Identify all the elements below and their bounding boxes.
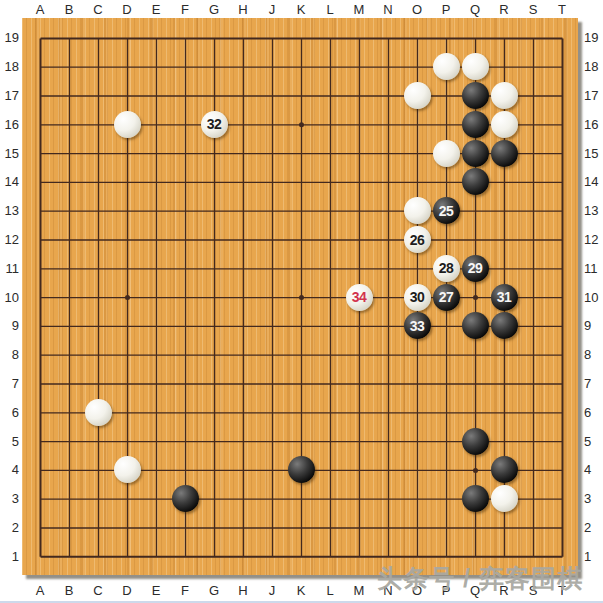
column-label-bottom: F bbox=[171, 582, 200, 598]
row-label-right: 4 bbox=[582, 456, 603, 485]
stone-white-Q18 bbox=[462, 53, 489, 80]
stone-black-Q9 bbox=[462, 312, 489, 339]
row-label-right: 19 bbox=[582, 24, 603, 53]
row-label-left: 7 bbox=[0, 369, 21, 398]
row-label-left: 15 bbox=[0, 139, 21, 168]
column-label-bottom: M bbox=[345, 582, 374, 598]
stone-white-C6 bbox=[85, 399, 112, 426]
stone-white-M10: 34 bbox=[346, 284, 373, 311]
stone-black-R15 bbox=[491, 140, 518, 167]
row-label-left: 10 bbox=[0, 283, 21, 312]
column-label-top: S bbox=[519, 1, 548, 17]
row-label-right: 1 bbox=[582, 542, 603, 571]
row-label-left: 17 bbox=[0, 81, 21, 110]
stone-black-Q5 bbox=[462, 428, 489, 455]
row-label-left: 9 bbox=[0, 312, 21, 341]
move-number-30: 30 bbox=[410, 290, 425, 304]
row-label-left: 13 bbox=[0, 196, 21, 225]
stone-black-R10: 31 bbox=[491, 284, 518, 311]
row-label-left: 19 bbox=[0, 24, 21, 53]
row-label-right: 18 bbox=[582, 52, 603, 81]
column-label-bottom: G bbox=[200, 582, 229, 598]
row-label-right: 5 bbox=[582, 427, 603, 456]
column-label-top: M bbox=[345, 1, 374, 17]
row-label-right: 7 bbox=[582, 369, 603, 398]
row-label-right: 16 bbox=[582, 110, 603, 139]
move-number-26: 26 bbox=[410, 233, 425, 247]
row-label-right: 3 bbox=[582, 484, 603, 513]
move-number-25: 25 bbox=[439, 204, 454, 218]
stone-black-R4 bbox=[491, 456, 518, 483]
column-label-top: E bbox=[142, 1, 171, 17]
stone-black-Q14 bbox=[462, 168, 489, 195]
column-label-bottom: E bbox=[142, 582, 171, 598]
column-label-bottom: A bbox=[26, 582, 55, 598]
column-label-bottom: B bbox=[55, 582, 84, 598]
column-label-bottom: J bbox=[258, 582, 287, 598]
row-label-left: 11 bbox=[0, 254, 21, 283]
watermark: 头条号 / 弈客围棋 bbox=[377, 562, 583, 595]
stone-white-P18 bbox=[433, 53, 460, 80]
column-label-top: O bbox=[403, 1, 432, 17]
board-grid-layer: 32252628293430273133 bbox=[26, 24, 577, 571]
row-label-right: 11 bbox=[582, 254, 603, 283]
row-label-right: 14 bbox=[582, 168, 603, 197]
move-number-33: 33 bbox=[410, 319, 425, 333]
row-label-right: 6 bbox=[582, 398, 603, 427]
column-label-top: H bbox=[229, 1, 258, 17]
stone-white-O12: 26 bbox=[404, 226, 431, 253]
column-label-bottom: L bbox=[316, 582, 345, 598]
column-label-top: N bbox=[374, 1, 403, 17]
stone-black-R9 bbox=[491, 312, 518, 339]
column-label-top: K bbox=[287, 1, 316, 17]
move-number-32: 32 bbox=[207, 117, 222, 131]
stone-black-Q3 bbox=[462, 485, 489, 512]
stone-black-F3 bbox=[172, 485, 199, 512]
go-board: 32252628293430273133 bbox=[22, 18, 578, 575]
column-label-top: P bbox=[432, 1, 461, 17]
move-number-27: 27 bbox=[439, 290, 454, 304]
row-label-left: 12 bbox=[0, 225, 21, 254]
stone-black-O9: 33 bbox=[404, 312, 431, 339]
row-label-right: 17 bbox=[582, 81, 603, 110]
stone-white-D16 bbox=[114, 111, 141, 138]
column-label-top: G bbox=[200, 1, 229, 17]
row-label-right: 12 bbox=[582, 225, 603, 254]
stone-white-D4 bbox=[114, 456, 141, 483]
row-labels-right: 19181716151413121110987654321 bbox=[582, 24, 603, 571]
stone-white-R3 bbox=[491, 485, 518, 512]
stone-white-O17 bbox=[404, 82, 431, 109]
row-label-left: 5 bbox=[0, 427, 21, 456]
move-number-31: 31 bbox=[497, 290, 512, 304]
stone-black-Q17 bbox=[462, 82, 489, 109]
move-number-28: 28 bbox=[439, 261, 454, 275]
column-label-bottom: C bbox=[84, 582, 113, 598]
column-label-top: J bbox=[258, 1, 287, 17]
row-label-left: 2 bbox=[0, 513, 21, 542]
stone-white-P11: 28 bbox=[433, 255, 460, 282]
stone-white-O13 bbox=[404, 197, 431, 224]
column-label-top: D bbox=[113, 1, 142, 17]
stone-white-O10: 30 bbox=[404, 284, 431, 311]
column-label-top: L bbox=[316, 1, 345, 17]
row-label-left: 18 bbox=[0, 52, 21, 81]
move-number-34: 34 bbox=[352, 290, 367, 304]
column-label-top: C bbox=[84, 1, 113, 17]
column-label-top: B bbox=[55, 1, 84, 17]
row-labels-left: 19181716151413121110987654321 bbox=[0, 24, 21, 571]
row-label-right: 9 bbox=[582, 312, 603, 341]
row-label-right: 13 bbox=[582, 196, 603, 225]
row-label-left: 16 bbox=[0, 110, 21, 139]
stone-white-R16 bbox=[491, 111, 518, 138]
row-label-left: 14 bbox=[0, 168, 21, 197]
row-label-left: 8 bbox=[0, 340, 21, 369]
move-number-29: 29 bbox=[468, 261, 483, 275]
stones-layer: 32252628293430273133 bbox=[26, 24, 577, 571]
row-label-left: 3 bbox=[0, 484, 21, 513]
stone-black-Q16 bbox=[462, 111, 489, 138]
row-label-left: 1 bbox=[0, 542, 21, 571]
column-label-bottom: D bbox=[113, 582, 142, 598]
column-label-top: T bbox=[548, 1, 577, 17]
column-labels-top: ABCDEFGHJKLMNOPQRST bbox=[26, 1, 577, 17]
stone-white-G16: 32 bbox=[201, 111, 228, 138]
column-label-bottom: K bbox=[287, 582, 316, 598]
column-label-top: Q bbox=[461, 1, 490, 17]
column-label-top: R bbox=[490, 1, 519, 17]
stone-black-K4 bbox=[288, 456, 315, 483]
stone-black-Q11: 29 bbox=[462, 255, 489, 282]
column-label-top: F bbox=[171, 1, 200, 17]
stone-black-P13: 25 bbox=[433, 197, 460, 224]
stone-black-P10: 27 bbox=[433, 284, 460, 311]
stone-black-Q15 bbox=[462, 140, 489, 167]
go-diagram: ABCDEFGHJKLMNOPQRST 19181716151413121110… bbox=[0, 0, 603, 603]
row-label-left: 6 bbox=[0, 398, 21, 427]
stone-white-R17 bbox=[491, 82, 518, 109]
row-label-right: 8 bbox=[582, 340, 603, 369]
column-label-bottom: H bbox=[229, 582, 258, 598]
row-label-left: 4 bbox=[0, 456, 21, 485]
column-label-top: A bbox=[26, 1, 55, 17]
row-label-right: 2 bbox=[582, 513, 603, 542]
row-label-right: 15 bbox=[582, 139, 603, 168]
stone-white-P15 bbox=[433, 140, 460, 167]
row-label-right: 10 bbox=[582, 283, 603, 312]
